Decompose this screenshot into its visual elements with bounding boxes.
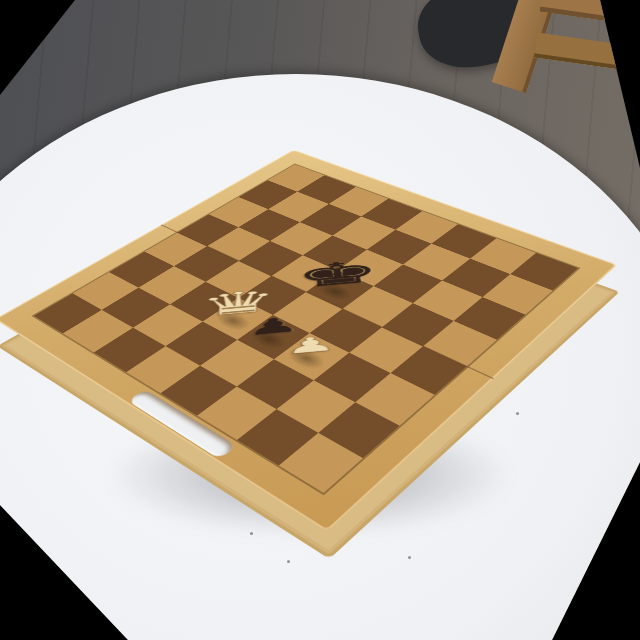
photo-scene: ♚♛♟♟ bbox=[0, 0, 640, 640]
speck bbox=[516, 412, 519, 415]
speck bbox=[287, 560, 290, 563]
speck bbox=[408, 556, 411, 559]
